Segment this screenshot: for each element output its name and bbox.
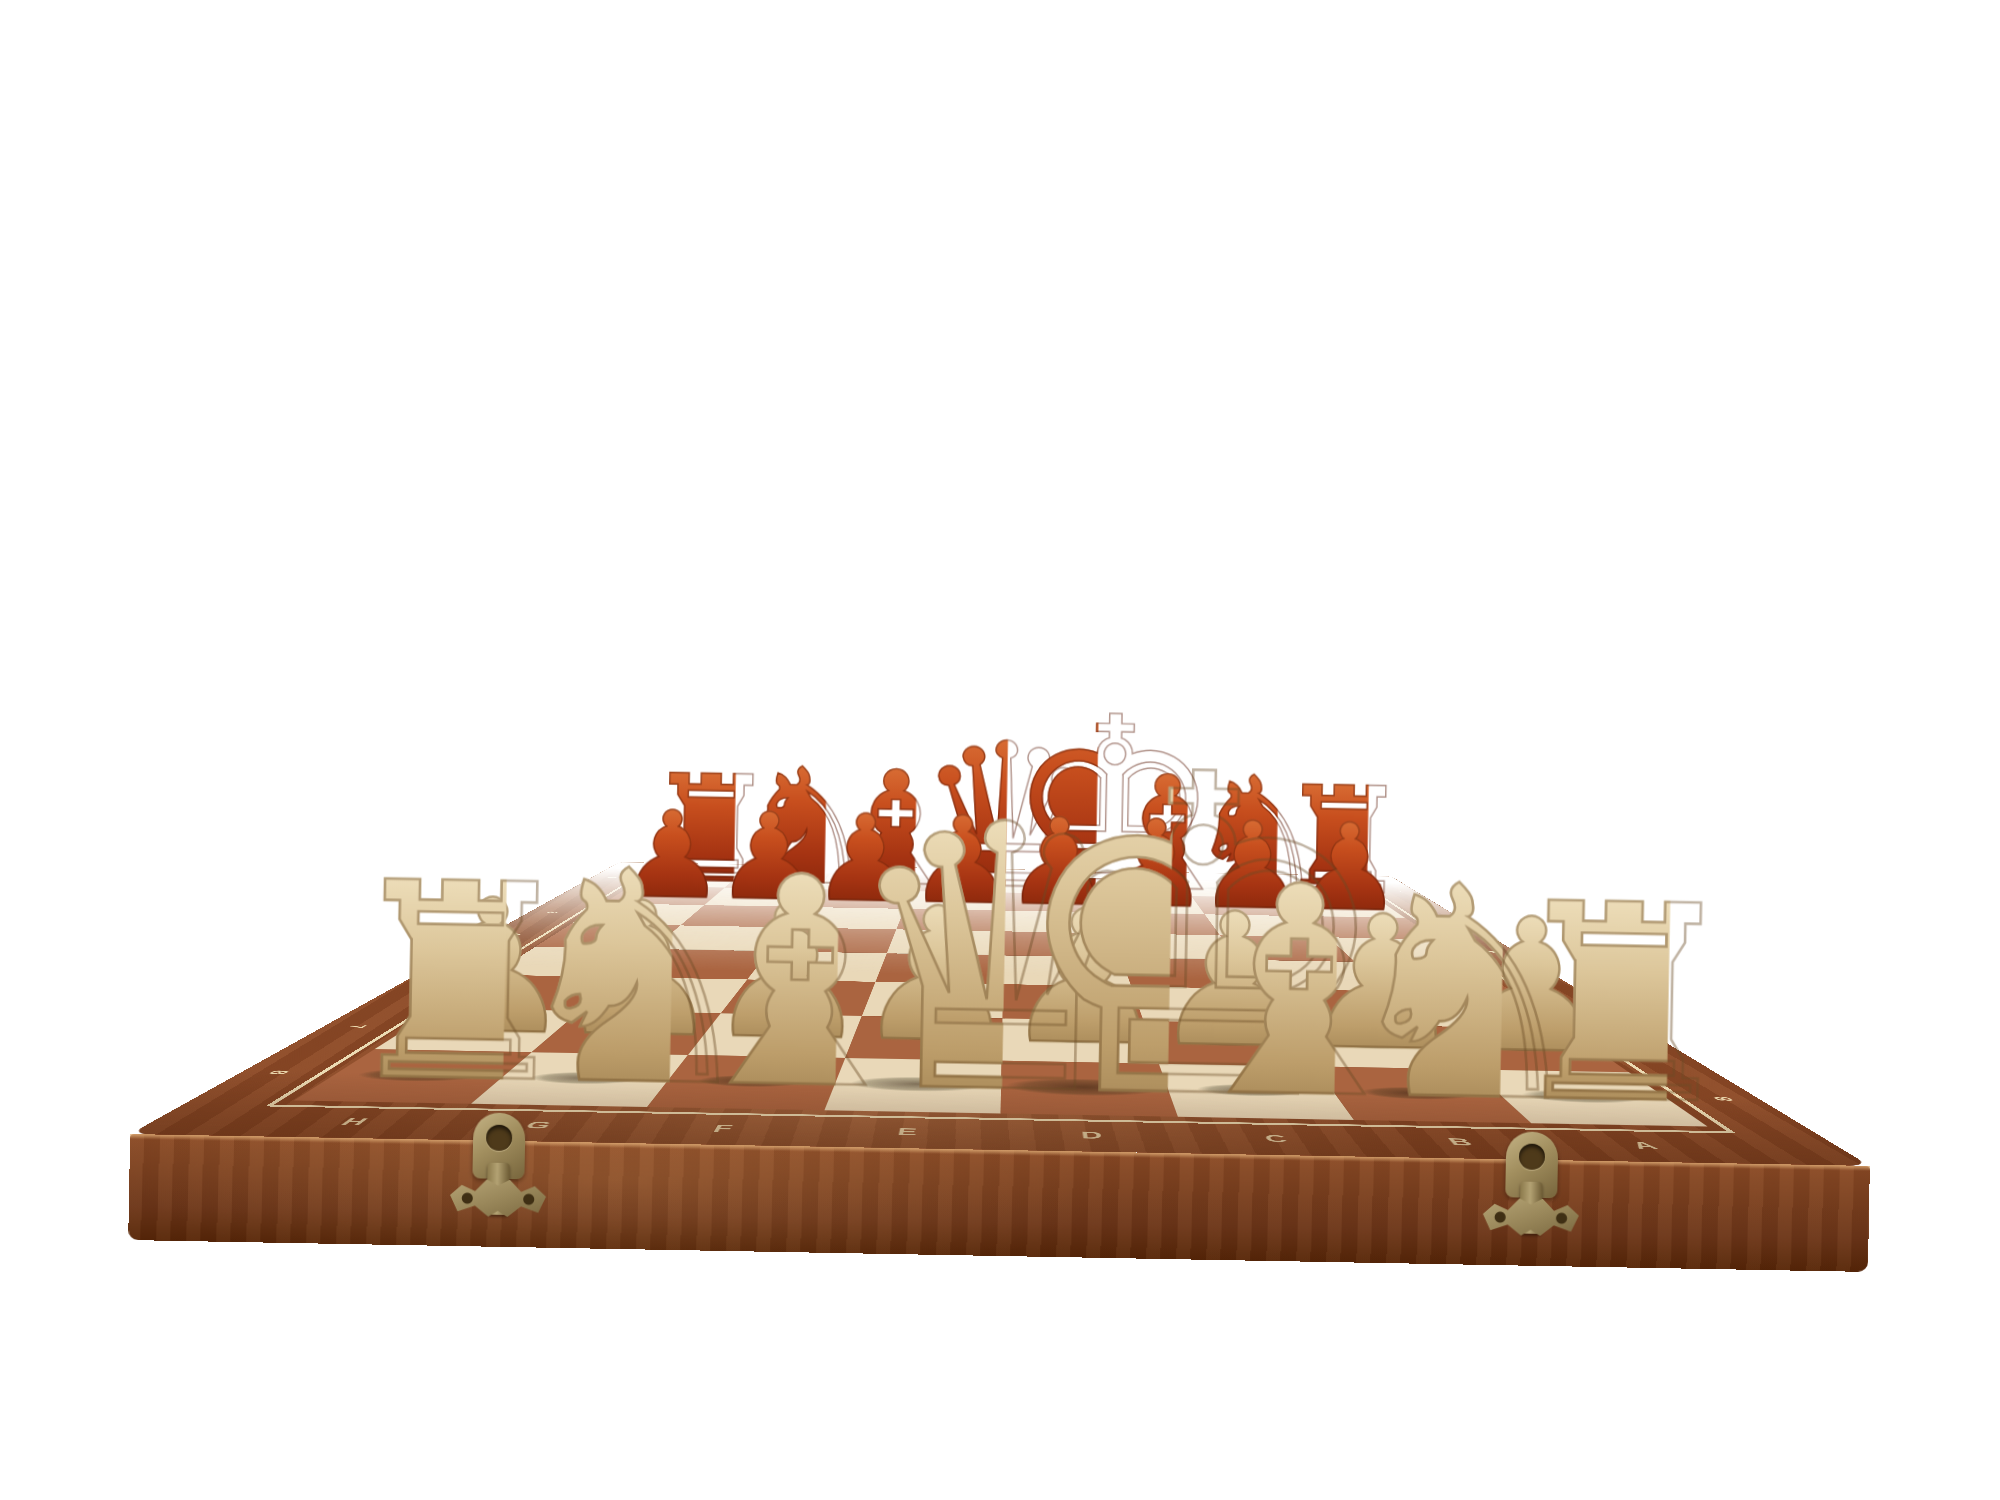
square-g8[interactable]: ♞ <box>471 1052 689 1107</box>
camera-tilt-wrapper: 12345678 12345678 HGFEDCBA ♜♞♝♛♚♝♞♜♟♟♟♟♟… <box>0 0 2000 1500</box>
file-label-e: E <box>811 1119 1000 1146</box>
photo-canvas: 12345678 12345678 HGFEDCBA ♜♞♝♛♚♝♞♜♟♟♟♟♟… <box>0 0 2000 1500</box>
square-d8[interactable]: ♚ <box>1001 1061 1178 1117</box>
right-clasp[interactable] <box>1482 1131 1580 1263</box>
chess-board[interactable]: 12345678 12345678 HGFEDCBA ♜♞♝♛♚♝♞♜♟♟♟♟♟… <box>130 862 1870 1166</box>
file-label-c: C <box>1180 1125 1377 1152</box>
square-e8[interactable]: ♛ <box>824 1058 1002 1114</box>
file-label-f: F <box>622 1115 820 1142</box>
left-clasp[interactable] <box>449 1112 547 1244</box>
rank-label-8: 8 <box>179 1062 375 1082</box>
file-label-h: H <box>245 1109 461 1136</box>
playing-area: ♜♞♝♛♚♝♞♜♟♟♟♟♟♟♟♟♟♟♟♟♟♟♟♟♜♞♝♛♚♝♞♜ <box>265 869 1736 1133</box>
file-label-d: D <box>1000 1122 1189 1149</box>
rank-label-6: 6 <box>342 983 495 997</box>
square-f8[interactable]: ♝ <box>647 1055 845 1110</box>
perspective-scene: 12345678 12345678 HGFEDCBA ♜♞♝♛♚♝♞♜♟♟♟♟♟… <box>0 0 2000 1500</box>
square-c8[interactable]: ♝ <box>1158 1064 1354 1121</box>
rank-label-7: 7 <box>270 1019 442 1035</box>
